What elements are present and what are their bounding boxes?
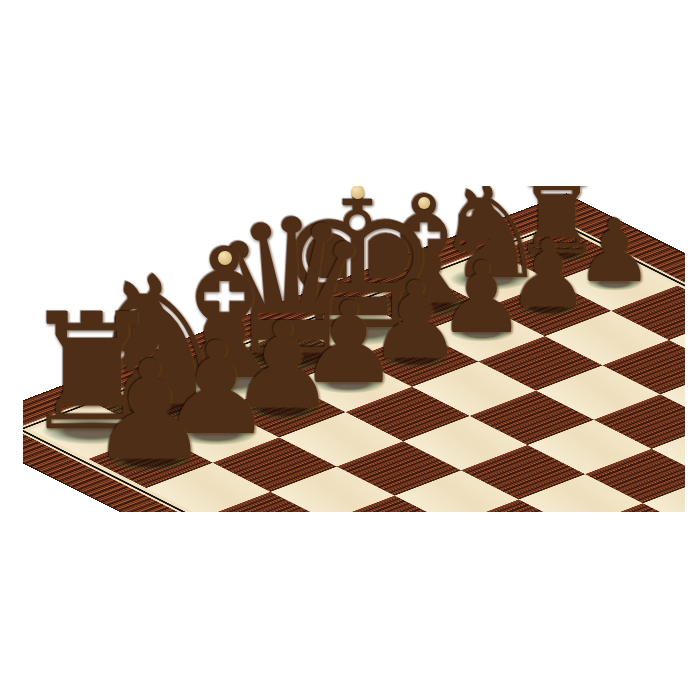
chessboard-photo: ♜♞♝♛♚♝♞♜♟♟♟♟♟♟♟♟ (23, 186, 685, 512)
pawn-glyph: ♟ (88, 342, 211, 479)
pieces-layer: ♜♞♝♛♚♝♞♜♟♟♟♟♟♟♟♟ (23, 186, 685, 512)
product-photo-canvas: ♜♞♝♛♚♝♞♜♟♟♟♟♟♟♟♟ (0, 0, 700, 700)
